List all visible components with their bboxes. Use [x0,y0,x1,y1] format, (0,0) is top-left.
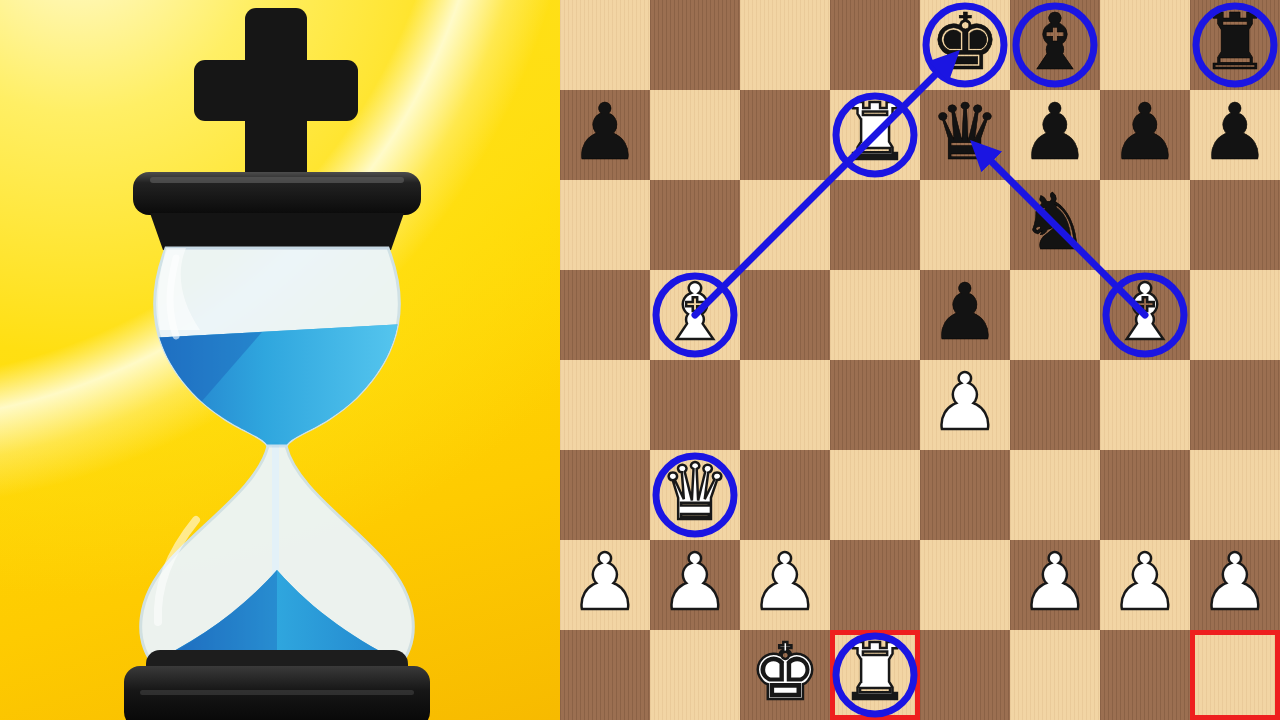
square-d1[interactable]: ♜ [830,630,920,720]
square-c3[interactable] [740,450,830,540]
square-c1[interactable]: ♚ [740,630,830,720]
piece-black-knight: ♞ [1020,177,1090,267]
square-g6[interactable] [1100,180,1190,270]
square-e2[interactable] [920,540,1010,630]
square-e3[interactable] [920,450,1010,540]
piece-black-king: ♚ [930,0,1000,87]
square-b3[interactable]: ♛ [650,450,740,540]
square-h4[interactable] [1190,360,1280,450]
square-b5[interactable]: ♝ [650,270,740,360]
hourglass-icon [0,0,560,720]
square-b6[interactable] [650,180,740,270]
piece-black-pawn: ♟ [570,87,640,177]
square-d2[interactable] [830,540,920,630]
square-f7[interactable]: ♟ [1010,90,1100,180]
screenshot-root: ♚♝♜♟♜♛♟♟♟♞♝♟♝♟♛♟♟♟♟♟♟♚♜ [0,0,1280,720]
piece-black-bishop: ♝ [1020,0,1090,87]
square-h6[interactable] [1190,180,1280,270]
square-f2[interactable]: ♟ [1010,540,1100,630]
square-b2[interactable]: ♟ [650,540,740,630]
square-h5[interactable] [1190,270,1280,360]
piece-white-pawn: ♟ [570,537,640,627]
square-f5[interactable] [1010,270,1100,360]
square-g7[interactable]: ♟ [1100,90,1190,180]
square-c4[interactable] [740,360,830,450]
square-f8[interactable]: ♝ [1010,0,1100,90]
piece-white-pawn: ♟ [1020,537,1090,627]
square-e7[interactable]: ♛ [920,90,1010,180]
square-g4[interactable] [1100,360,1190,450]
hourglass-top-bulb [148,248,406,450]
square-h2[interactable]: ♟ [1190,540,1280,630]
square-b8[interactable] [650,0,740,90]
square-b4[interactable] [650,360,740,450]
square-g2[interactable]: ♟ [1100,540,1190,630]
square-h7[interactable]: ♟ [1190,90,1280,180]
square-a5[interactable] [560,270,650,360]
square-f3[interactable] [1010,450,1100,540]
square-g3[interactable] [1100,450,1190,540]
cross-finial-icon [194,8,358,186]
piece-white-queen: ♛ [660,447,730,537]
piece-white-pawn: ♟ [750,537,820,627]
square-d3[interactable] [830,450,920,540]
square-a2[interactable]: ♟ [560,540,650,630]
square-f6[interactable]: ♞ [1010,180,1100,270]
square-b1[interactable] [650,630,740,720]
square-c2[interactable]: ♟ [740,540,830,630]
square-g1[interactable] [1100,630,1190,720]
square-g5[interactable]: ♝ [1100,270,1190,360]
hourglass-base [124,650,430,720]
piece-white-pawn: ♟ [660,537,730,627]
hourglass-top-cap [133,172,421,250]
square-d6[interactable] [830,180,920,270]
piece-black-pawn: ♟ [1020,87,1090,177]
square-c6[interactable] [740,180,830,270]
square-a6[interactable] [560,180,650,270]
square-f4[interactable] [1010,360,1100,450]
piece-white-pawn: ♟ [1110,537,1180,627]
square-e5[interactable]: ♟ [920,270,1010,360]
piece-black-queen: ♛ [930,87,1000,177]
square-c8[interactable] [740,0,830,90]
square-b7[interactable] [650,90,740,180]
piece-white-rook: ♜ [840,627,910,717]
square-a7[interactable]: ♟ [560,90,650,180]
square-d4[interactable] [830,360,920,450]
piece-white-bishop: ♝ [1110,267,1180,357]
square-e1[interactable] [920,630,1010,720]
square-c5[interactable] [740,270,830,360]
piece-white-pawn: ♟ [1200,537,1270,627]
piece-white-rook: ♜ [840,87,910,177]
piece-black-pawn: ♟ [1200,87,1270,177]
piece-black-pawn: ♟ [930,267,1000,357]
square-d8[interactable] [830,0,920,90]
board-grid: ♚♝♜♟♜♛♟♟♟♞♝♟♝♟♛♟♟♟♟♟♟♚♜ [560,0,1280,720]
piece-black-pawn: ♟ [1110,87,1180,177]
square-h8[interactable]: ♜ [1190,0,1280,90]
square-a4[interactable] [560,360,650,450]
square-e8[interactable]: ♚ [920,0,1010,90]
piece-white-king: ♚ [750,627,820,717]
piece-white-pawn: ♟ [930,357,1000,447]
square-e4[interactable]: ♟ [920,360,1010,450]
chess-board: ♚♝♜♟♜♛♟♟♟♞♝♟♝♟♛♟♟♟♟♟♟♚♜ [560,0,1280,720]
square-e6[interactable] [920,180,1010,270]
square-a8[interactable] [560,0,650,90]
piece-black-rook: ♜ [1200,0,1270,87]
square-h1[interactable] [1190,630,1280,720]
square-h3[interactable] [1190,450,1280,540]
piece-white-bishop: ♝ [660,267,730,357]
square-a3[interactable] [560,450,650,540]
square-a1[interactable] [560,630,650,720]
timer-panel [0,0,560,720]
square-c7[interactable] [740,90,830,180]
square-d7[interactable]: ♜ [830,90,920,180]
square-g8[interactable] [1100,0,1190,90]
square-d5[interactable] [830,270,920,360]
square-f1[interactable] [1010,630,1100,720]
